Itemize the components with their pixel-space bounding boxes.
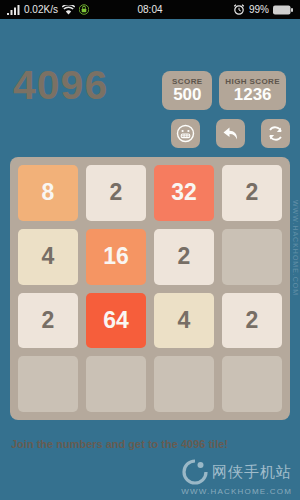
tile-8: 8	[18, 165, 78, 221]
clock-time: 08:04	[137, 4, 162, 15]
empty-cell	[222, 356, 282, 412]
score-panels: SCORE 500 HIGH SCORE 1236	[162, 71, 286, 110]
vertical-watermark: WWW.HACKHOME.COM	[292, 200, 299, 296]
tile-64: 64	[86, 293, 146, 349]
tile-2: 2	[222, 165, 282, 221]
refresh-icon	[266, 124, 285, 143]
undo-arrow-icon	[221, 124, 240, 143]
game-board[interactable]: 82322416226442	[10, 157, 290, 420]
status-right: 99%	[233, 4, 293, 15]
undo-button[interactable]	[216, 119, 245, 148]
site-logo-icon	[182, 459, 208, 485]
tile-4: 4	[154, 293, 214, 349]
site-name: 网侠手机站	[212, 463, 292, 482]
score-box: SCORE 500	[162, 71, 212, 110]
tile-2: 2	[222, 293, 282, 349]
control-buttons	[171, 119, 290, 148]
battery-icon	[273, 5, 293, 15]
site-watermark: 网侠手机站 WWW.HACKHOME.COM	[181, 459, 292, 496]
restart-button[interactable]	[261, 119, 290, 148]
signal-bars-icon	[7, 5, 20, 15]
instruction-text: Join the numbers and get to the 4096 til…	[11, 438, 261, 450]
app-screen: 0.02K/s 08:04 99%	[0, 0, 300, 500]
empty-cell	[222, 229, 282, 285]
empty-cell	[154, 356, 214, 412]
tile-16: 16	[86, 229, 146, 285]
tile-2: 2	[154, 229, 214, 285]
green-lock-icon	[79, 4, 89, 15]
tile-32: 32	[154, 165, 214, 221]
tile-2: 2	[86, 165, 146, 221]
game-title: 4096	[13, 62, 108, 109]
wifi-icon	[62, 5, 75, 15]
network-speed: 0.02K/s	[24, 4, 58, 15]
empty-cell	[18, 356, 78, 412]
site-url: WWW.HACKHOME.COM	[181, 487, 292, 496]
emoji-button[interactable]	[171, 119, 200, 148]
empty-cell	[86, 356, 146, 412]
high-score-value: 1236	[234, 86, 272, 104]
score-value: 500	[173, 86, 201, 104]
tile-2: 2	[18, 293, 78, 349]
status-left: 0.02K/s	[7, 4, 89, 15]
status-bar: 0.02K/s 08:04 99%	[0, 0, 300, 19]
high-score-box: HIGH SCORE 1236	[219, 71, 286, 110]
emoji-icon	[176, 124, 195, 143]
battery-percent: 99%	[249, 4, 269, 15]
tile-4: 4	[18, 229, 78, 285]
alarm-clock-icon	[233, 4, 245, 15]
